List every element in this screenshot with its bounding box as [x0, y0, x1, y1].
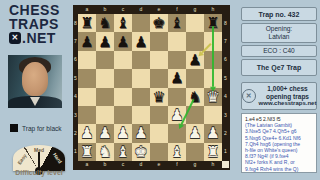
black-pawn-d7: ♟: [134, 33, 147, 51]
square-c1: ♝: [114, 143, 132, 161]
rank-label-7: 7: [222, 32, 229, 50]
square-e7: [150, 32, 168, 50]
square-e4: ♛: [150, 88, 168, 106]
white-pawn-g2: ♟: [188, 124, 201, 142]
eco-box: ECO : C40: [241, 45, 317, 57]
trap-side-row: Trap for black: [10, 124, 62, 132]
square-b1: ♞: [96, 143, 114, 161]
logo-x-icon: ✕: [9, 32, 21, 44]
file-label-e: e: [150, 162, 168, 167]
square-e2: [150, 124, 168, 142]
black-queen-e4: ♛: [152, 88, 165, 106]
white-pawn-f3: ♟: [170, 106, 183, 124]
file-label-a: a: [78, 7, 96, 12]
square-c3: [114, 106, 132, 124]
black-bishop-c8: ♝: [116, 14, 129, 32]
trap-number: Trap no. 432: [259, 11, 300, 18]
rank-label-4: 4: [222, 88, 229, 106]
gauge-label-easy: Easy: [16, 152, 28, 165]
square-e1: [150, 143, 168, 161]
square-c8: ♝: [114, 14, 132, 32]
rank-label-1: 1: [222, 143, 229, 161]
move-list-line-9: 9.fxg4 Rxh4 wins the Q): [245, 166, 313, 172]
chess-board: abcdefgh abcdefgh 87654321 87654321 ♜♞♝♚…: [73, 5, 230, 170]
square-d7: ♟: [132, 32, 150, 50]
square-d5: [132, 69, 150, 87]
square-f2: [168, 124, 186, 142]
square-b7: ♟: [96, 32, 114, 50]
square-a5: [78, 69, 96, 87]
black-knight-b8: ♞: [98, 14, 111, 32]
square-h5: [204, 69, 222, 87]
square-a3: [78, 106, 96, 124]
chesstraps-circle-x-icon: ✕: [242, 89, 256, 103]
promo-line-1: 1,000+ chess: [259, 85, 317, 93]
eco-code: ECO : C40: [263, 47, 294, 55]
trap-side-label: Trap for black: [22, 125, 62, 132]
square-a6: [78, 51, 96, 69]
square-f5: ♟: [168, 69, 186, 87]
file-label-b: b: [96, 162, 114, 167]
rank-label-6: 6: [222, 51, 229, 69]
rank-label-3: 3: [222, 106, 229, 124]
square-d1: ♚: [132, 143, 150, 161]
square-h8: ♜: [204, 14, 222, 32]
opening-name: Latvian: [269, 33, 290, 41]
white-pawn-h2: ♟: [206, 124, 219, 142]
rank-label-8: 8: [222, 14, 229, 32]
logo-line-net: .NET: [22, 31, 56, 45]
square-c5: [114, 69, 132, 87]
square-f8: ♝: [168, 14, 186, 32]
square-g8: [186, 14, 204, 32]
square-d3: [132, 106, 150, 124]
file-label-h: h: [204, 7, 222, 12]
file-label-b: b: [96, 7, 114, 12]
logo-line-chess: CHESS: [9, 3, 60, 17]
black-square-indicator: [10, 124, 18, 132]
white-pawn-b2: ♟: [98, 124, 111, 142]
square-b3: [96, 106, 114, 124]
square-c6: [114, 51, 132, 69]
white-bishop-c1: ♝: [116, 143, 129, 161]
square-g7: [186, 32, 204, 50]
file-label-g: g: [186, 7, 204, 12]
file-label-f: f: [168, 162, 186, 167]
square-h2: ♟: [204, 124, 222, 142]
square-e5: [150, 69, 168, 87]
board-grid: ♜♞♝♚♝♜♟♟♟♟♟♟♛♞♛♟♟♟♟♟♟♟♜♞♝♚♝♜: [78, 14, 222, 161]
square-g4: ♞: [186, 88, 204, 106]
square-h4: ♛: [204, 88, 222, 106]
trap-number-box: Trap no. 432: [241, 7, 317, 21]
square-d4: [132, 88, 150, 106]
white-king-d1: ♚: [134, 143, 147, 161]
rank-label-5: 5: [222, 69, 229, 87]
square-a4: [78, 88, 96, 106]
opening-label: Opening:: [266, 25, 292, 33]
white-rook-a1: ♜: [80, 143, 93, 161]
file-label-h: h: [204, 162, 222, 167]
file-label-c: c: [114, 7, 132, 12]
square-f6: [168, 51, 186, 69]
logo-line-traps: TRAPS: [9, 17, 60, 31]
board-corner-badge: [222, 161, 229, 168]
square-f7: [168, 32, 186, 50]
square-d6: [132, 51, 150, 69]
square-g1: [186, 143, 204, 161]
square-h3: [204, 106, 222, 124]
square-a1: ♜: [78, 143, 96, 161]
square-e6: [150, 51, 168, 69]
black-pawn-a7: ♟: [80, 33, 93, 51]
square-e8: ♚: [150, 14, 168, 32]
white-pawn-d2: ♟: [134, 124, 147, 142]
white-pawn-c2: ♟: [116, 124, 129, 142]
black-pawn-f5: ♟: [170, 69, 183, 87]
square-a8: ♜: [78, 14, 96, 32]
square-c4: [114, 88, 132, 106]
square-b5: [96, 69, 114, 87]
black-pawn-b7: ♟: [98, 33, 111, 51]
promo-box: ✕ 1,000+ chess opening traps www.chesstr…: [241, 82, 317, 110]
square-h7: [204, 32, 222, 50]
black-pawn-g6: ♟: [188, 51, 201, 69]
photo-face: [22, 62, 48, 96]
trap-name: The Qe7 Trap: [257, 64, 301, 71]
white-queen-h4: ♛: [206, 88, 219, 106]
file-label-d: d: [132, 7, 150, 12]
square-f1: ♝: [168, 143, 186, 161]
chesstraps-logo: CHESS TRAPS ✕ .NET: [9, 3, 60, 45]
trap-name-box: The Qe7 Trap: [241, 59, 317, 76]
square-a7: ♟: [78, 32, 96, 50]
difficulty-label: Difficulty level: [6, 169, 72, 176]
square-b4: [96, 88, 114, 106]
square-c7: ♟: [114, 32, 132, 50]
white-bishop-f1: ♝: [170, 143, 183, 161]
file-label-a: a: [78, 162, 96, 167]
black-king-e8: ♚: [152, 14, 165, 32]
square-f4: [168, 88, 186, 106]
square-b2: ♟: [96, 124, 114, 142]
file-label-f: f: [168, 7, 186, 12]
square-h6: [204, 51, 222, 69]
promo-website: www.chesstraps.net: [259, 100, 317, 107]
square-g2: ♟: [186, 124, 204, 142]
square-e3: [150, 106, 168, 124]
black-knight-g4: ♞: [188, 88, 201, 106]
presenter-photo: [8, 55, 62, 108]
white-knight-b1: ♞: [98, 143, 111, 161]
square-f3: ♟: [168, 106, 186, 124]
square-g3: [186, 106, 204, 124]
file-label-g: g: [186, 162, 204, 167]
white-pawn-a2: ♟: [80, 124, 93, 142]
square-d8: [132, 14, 150, 32]
white-rook-h1: ♜: [206, 143, 219, 161]
black-rook-a8: ♜: [80, 14, 93, 32]
file-label-d: d: [132, 162, 150, 167]
square-c2: ♟: [114, 124, 132, 142]
rank-label-2: 2: [222, 124, 229, 142]
black-rook-h8: ♜: [206, 14, 219, 32]
square-d2: ♟: [132, 124, 150, 142]
square-h1: ♜: [204, 143, 222, 161]
square-b6: [96, 51, 114, 69]
gauge-label-hard: Hard: [52, 152, 63, 165]
square-g6: ♟: [186, 51, 204, 69]
black-bishop-f8: ♝: [170, 14, 183, 32]
file-label-c: c: [114, 162, 132, 167]
square-b8: ♞: [96, 14, 114, 32]
square-g5: [186, 69, 204, 87]
black-pawn-c7: ♟: [116, 33, 129, 51]
promo-line-2: opening traps: [259, 93, 317, 101]
opening-box: Opening: Latvian: [241, 23, 317, 43]
square-a2: ♟: [78, 124, 96, 142]
move-list: 1.e4 e5 2.Nf3 f5(The Latvian Gambit)3.Nx…: [241, 113, 317, 173]
file-label-e: e: [150, 7, 168, 12]
